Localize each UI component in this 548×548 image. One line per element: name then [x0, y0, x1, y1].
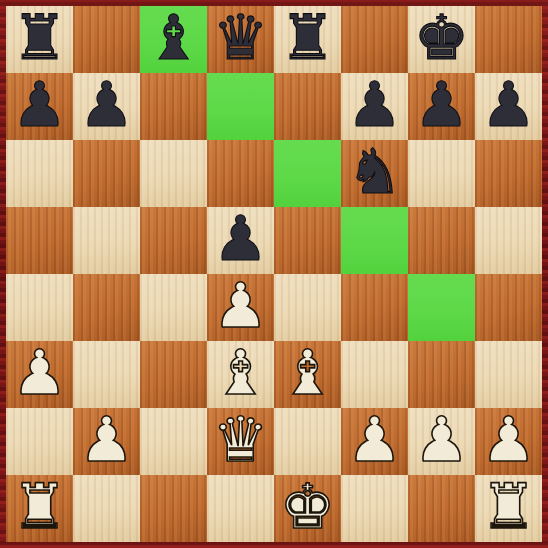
white-bishop-piece[interactable]: ♝	[280, 342, 336, 404]
square-c8[interactable]: ♝	[140, 6, 207, 73]
black-pawn-piece[interactable]: ♟	[414, 74, 470, 136]
square-g1[interactable]	[408, 475, 475, 542]
square-b7[interactable]: ♟	[73, 73, 140, 140]
white-pawn-piece[interactable]: ♟	[347, 409, 403, 471]
square-a5[interactable]	[6, 207, 73, 274]
square-b3[interactable]	[73, 341, 140, 408]
square-e6[interactable]	[274, 140, 341, 207]
square-f8[interactable]	[341, 6, 408, 73]
chess-board: ♜♝♛♜♚♟♟♟♟♟♞♟♟♟♝♝♟♛♟♟♟♜♚♜	[6, 6, 542, 542]
square-h3[interactable]	[475, 341, 542, 408]
square-h5[interactable]	[475, 207, 542, 274]
black-king-piece[interactable]: ♚	[414, 7, 470, 69]
square-h7[interactable]: ♟	[475, 73, 542, 140]
square-d1[interactable]	[207, 475, 274, 542]
black-pawn-piece[interactable]: ♟	[347, 74, 403, 136]
square-h6[interactable]	[475, 140, 542, 207]
black-pawn-piece[interactable]: ♟	[481, 74, 537, 136]
square-b1[interactable]	[73, 475, 140, 542]
square-e7[interactable]	[274, 73, 341, 140]
white-rook-piece[interactable]: ♜	[481, 476, 537, 538]
square-b8[interactable]	[73, 6, 140, 73]
black-knight-piece[interactable]: ♞	[347, 141, 403, 203]
square-g5[interactable]	[408, 207, 475, 274]
square-f5[interactable]	[341, 207, 408, 274]
square-c4[interactable]	[140, 274, 207, 341]
square-d5[interactable]: ♟	[207, 207, 274, 274]
square-a4[interactable]	[6, 274, 73, 341]
square-d7[interactable]	[207, 73, 274, 140]
square-d8[interactable]: ♛	[207, 6, 274, 73]
square-g8[interactable]: ♚	[408, 6, 475, 73]
white-bishop-piece[interactable]: ♝	[213, 342, 269, 404]
square-f2[interactable]: ♟	[341, 408, 408, 475]
square-b4[interactable]	[73, 274, 140, 341]
black-rook-piece[interactable]: ♜	[280, 7, 336, 69]
square-e3[interactable]: ♝	[274, 341, 341, 408]
square-g2[interactable]: ♟	[408, 408, 475, 475]
square-e1[interactable]: ♚	[274, 475, 341, 542]
square-h2[interactable]: ♟	[475, 408, 542, 475]
square-c6[interactable]	[140, 140, 207, 207]
square-h8[interactable]	[475, 6, 542, 73]
square-c1[interactable]	[140, 475, 207, 542]
square-e2[interactable]	[274, 408, 341, 475]
square-c5[interactable]	[140, 207, 207, 274]
black-pawn-piece[interactable]: ♟	[79, 74, 135, 136]
square-c2[interactable]	[140, 408, 207, 475]
white-pawn-piece[interactable]: ♟	[481, 409, 537, 471]
square-h4[interactable]	[475, 274, 542, 341]
square-a7[interactable]: ♟	[6, 73, 73, 140]
black-queen-piece[interactable]: ♛	[213, 7, 269, 69]
square-e4[interactable]	[274, 274, 341, 341]
square-e5[interactable]	[274, 207, 341, 274]
square-a1[interactable]: ♜	[6, 475, 73, 542]
square-f3[interactable]	[341, 341, 408, 408]
white-queen-piece[interactable]: ♛	[213, 409, 269, 471]
black-pawn-piece[interactable]: ♟	[12, 74, 68, 136]
square-d4[interactable]: ♟	[207, 274, 274, 341]
square-c3[interactable]	[140, 341, 207, 408]
white-pawn-piece[interactable]: ♟	[414, 409, 470, 471]
square-a2[interactable]	[6, 408, 73, 475]
white-pawn-piece[interactable]: ♟	[213, 275, 269, 337]
square-g7[interactable]: ♟	[408, 73, 475, 140]
black-rook-piece[interactable]: ♜	[12, 7, 68, 69]
square-b6[interactable]	[73, 140, 140, 207]
square-g3[interactable]	[408, 341, 475, 408]
white-king-piece[interactable]: ♚	[280, 476, 336, 538]
square-c7[interactable]	[140, 73, 207, 140]
square-f1[interactable]	[341, 475, 408, 542]
square-d2[interactable]: ♛	[207, 408, 274, 475]
board-frame: ♜♝♛♜♚♟♟♟♟♟♞♟♟♟♝♝♟♛♟♟♟♜♚♜	[0, 0, 548, 548]
square-h1[interactable]: ♜	[475, 475, 542, 542]
white-pawn-piece[interactable]: ♟	[12, 342, 68, 404]
square-a8[interactable]: ♜	[6, 6, 73, 73]
square-f4[interactable]	[341, 274, 408, 341]
square-g4[interactable]	[408, 274, 475, 341]
black-bishop-piece[interactable]: ♝	[146, 7, 202, 69]
square-f7[interactable]: ♟	[341, 73, 408, 140]
square-g6[interactable]	[408, 140, 475, 207]
square-b5[interactable]	[73, 207, 140, 274]
black-pawn-piece[interactable]: ♟	[213, 208, 269, 270]
square-a6[interactable]	[6, 140, 73, 207]
white-pawn-piece[interactable]: ♟	[79, 409, 135, 471]
square-f6[interactable]: ♞	[341, 140, 408, 207]
square-d3[interactable]: ♝	[207, 341, 274, 408]
square-a3[interactable]: ♟	[6, 341, 73, 408]
white-rook-piece[interactable]: ♜	[12, 476, 68, 538]
square-e8[interactable]: ♜	[274, 6, 341, 73]
square-b2[interactable]: ♟	[73, 408, 140, 475]
square-d6[interactable]	[207, 140, 274, 207]
